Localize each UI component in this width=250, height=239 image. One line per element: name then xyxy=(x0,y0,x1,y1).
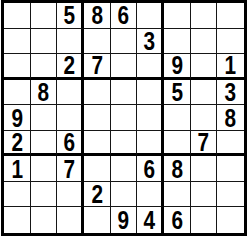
given-digit: 3 xyxy=(225,80,237,105)
sudoku-cell-r3c9[interactable]: 1 xyxy=(217,54,244,80)
given-digit: 5 xyxy=(63,3,75,28)
sudoku-cell-r2c7[interactable] xyxy=(164,29,191,55)
sudoku-cell-r3c3[interactable]: 2 xyxy=(57,54,84,80)
sudoku-cell-r3c4[interactable]: 7 xyxy=(84,54,111,80)
given-digit: 6 xyxy=(171,207,183,233)
given-digit: 6 xyxy=(63,131,75,155)
given-digit: 2 xyxy=(91,182,103,207)
sudoku-cell-r2c3[interactable] xyxy=(57,29,84,55)
sudoku-cell-r2c4[interactable] xyxy=(84,29,111,55)
sudoku-cell-r3c5[interactable] xyxy=(111,54,138,80)
given-digit: 2 xyxy=(11,131,23,155)
given-digit: 7 xyxy=(91,54,103,78)
sudoku-cell-r3c7[interactable]: 9 xyxy=(164,54,191,80)
sudoku-cell-r3c6[interactable] xyxy=(137,54,164,80)
sudoku-cell-r6c4[interactable] xyxy=(84,131,111,157)
sudoku-cell-r4c5[interactable] xyxy=(111,80,138,106)
sudoku-cell-r9c4[interactable] xyxy=(84,207,111,233)
sudoku-cell-r1c7[interactable] xyxy=(164,3,191,29)
sudoku-cell-r7c7[interactable]: 8 xyxy=(164,156,191,182)
sudoku-cell-r3c8[interactable] xyxy=(191,54,218,80)
sudoku-cell-r9c8[interactable] xyxy=(191,207,218,233)
sudoku-cell-r1c3[interactable]: 5 xyxy=(57,3,84,29)
sudoku-cell-r7c5[interactable] xyxy=(111,156,138,182)
sudoku-cell-r5c6[interactable] xyxy=(137,105,164,131)
sudoku-cell-r1c1[interactable] xyxy=(4,3,31,29)
sudoku-cell-r8c1[interactable] xyxy=(4,182,31,208)
sudoku-cell-r6c2[interactable] xyxy=(31,131,58,157)
sudoku-cell-r8c9[interactable] xyxy=(217,182,244,208)
given-digit: 3 xyxy=(143,29,155,54)
sudoku-cell-r9c7[interactable]: 6 xyxy=(164,207,191,233)
sudoku-cell-r6c6[interactable] xyxy=(137,131,164,157)
sudoku-cell-r7c3[interactable]: 7 xyxy=(57,156,84,182)
sudoku-cell-r2c9[interactable] xyxy=(217,29,244,55)
sudoku-cell-r7c8[interactable] xyxy=(191,156,218,182)
sudoku-cell-r1c2[interactable] xyxy=(31,3,58,29)
sudoku-cell-r7c1[interactable]: 1 xyxy=(4,156,31,182)
sudoku-cell-r8c4[interactable]: 2 xyxy=(84,182,111,208)
sudoku-cell-r6c3[interactable]: 6 xyxy=(57,131,84,157)
sudoku-cell-r5c3[interactable] xyxy=(57,105,84,131)
sudoku-cell-r4c8[interactable] xyxy=(191,80,218,106)
sudoku-cell-r3c2[interactable] xyxy=(31,54,58,80)
sudoku-cell-r8c8[interactable] xyxy=(191,182,218,208)
given-digit: 7 xyxy=(198,131,210,155)
given-digit: 8 xyxy=(38,80,50,105)
sudoku-cell-r1c6[interactable] xyxy=(137,3,164,29)
sudoku-cell-r9c1[interactable] xyxy=(4,207,31,233)
sudoku-cell-r7c2[interactable] xyxy=(31,156,58,182)
sudoku-cell-r1c8[interactable] xyxy=(191,3,218,29)
given-digit: 2 xyxy=(63,54,75,78)
given-digit: 6 xyxy=(118,3,130,28)
sudoku-cell-r3c1[interactable] xyxy=(4,54,31,80)
sudoku-cell-r8c7[interactable] xyxy=(164,182,191,208)
sudoku-cell-r6c9[interactable] xyxy=(217,131,244,157)
sudoku-cell-r1c4[interactable]: 8 xyxy=(84,3,111,29)
given-digit: 6 xyxy=(143,156,155,181)
sudoku-cell-r2c5[interactable] xyxy=(111,29,138,55)
sudoku-cell-r6c8[interactable]: 7 xyxy=(191,131,218,157)
sudoku-cell-r4c7[interactable]: 5 xyxy=(164,80,191,106)
sudoku-board: 586327918539826717682946 xyxy=(1,0,247,236)
sudoku-cell-r6c7[interactable] xyxy=(164,131,191,157)
sudoku-cell-r2c8[interactable] xyxy=(191,29,218,55)
given-digit: 1 xyxy=(11,156,23,181)
sudoku-cell-r6c5[interactable] xyxy=(111,131,138,157)
given-digit: 8 xyxy=(171,156,183,181)
sudoku-cell-r5c7[interactable] xyxy=(164,105,191,131)
sudoku-cell-r9c9[interactable] xyxy=(217,207,244,233)
sudoku-cell-r9c5[interactable]: 9 xyxy=(111,207,138,233)
sudoku-cell-r4c2[interactable]: 8 xyxy=(31,80,58,106)
given-digit: 5 xyxy=(171,80,183,105)
sudoku-cell-r6c1[interactable]: 2 xyxy=(4,131,31,157)
sudoku-cell-r9c2[interactable] xyxy=(31,207,58,233)
sudoku-cell-r5c1[interactable]: 9 xyxy=(4,105,31,131)
sudoku-cell-r4c9[interactable]: 3 xyxy=(217,80,244,106)
sudoku-cell-r8c3[interactable] xyxy=(57,182,84,208)
sudoku-cell-r4c4[interactable] xyxy=(84,80,111,106)
sudoku-cell-r2c1[interactable] xyxy=(4,29,31,55)
given-digit: 8 xyxy=(91,3,103,28)
sudoku-cell-r7c6[interactable]: 6 xyxy=(137,156,164,182)
sudoku-cell-r5c2[interactable] xyxy=(31,105,58,131)
given-digit: 8 xyxy=(225,105,237,130)
sudoku-cell-r8c5[interactable] xyxy=(111,182,138,208)
sudoku-cell-r7c9[interactable] xyxy=(217,156,244,182)
given-digit: 9 xyxy=(11,105,23,130)
given-digit: 7 xyxy=(63,156,75,181)
sudoku-cell-r1c5[interactable]: 6 xyxy=(111,3,138,29)
sudoku-cell-r5c5[interactable] xyxy=(111,105,138,131)
sudoku-cell-r5c8[interactable] xyxy=(191,105,218,131)
given-digit: 9 xyxy=(118,207,130,233)
sudoku-cell-r2c6[interactable]: 3 xyxy=(137,29,164,55)
sudoku-cell-r7c4[interactable] xyxy=(84,156,111,182)
sudoku-cell-r8c2[interactable] xyxy=(31,182,58,208)
sudoku-cell-r4c6[interactable] xyxy=(137,80,164,106)
sudoku-cell-r8c6[interactable] xyxy=(137,182,164,208)
given-digit: 4 xyxy=(143,207,155,233)
sudoku-cell-r4c1[interactable] xyxy=(4,80,31,106)
given-digit: 9 xyxy=(171,54,183,78)
sudoku-cell-r5c4[interactable] xyxy=(84,105,111,131)
sudoku-cell-r9c3[interactable] xyxy=(57,207,84,233)
sudoku-cell-r2c2[interactable] xyxy=(31,29,58,55)
given-digit: 1 xyxy=(225,54,237,78)
sudoku-cell-r4c3[interactable] xyxy=(57,80,84,106)
sudoku-cell-r1c9[interactable] xyxy=(217,3,244,29)
sudoku-cell-r5c9[interactable]: 8 xyxy=(217,105,244,131)
sudoku-cell-r9c6[interactable]: 4 xyxy=(137,207,164,233)
